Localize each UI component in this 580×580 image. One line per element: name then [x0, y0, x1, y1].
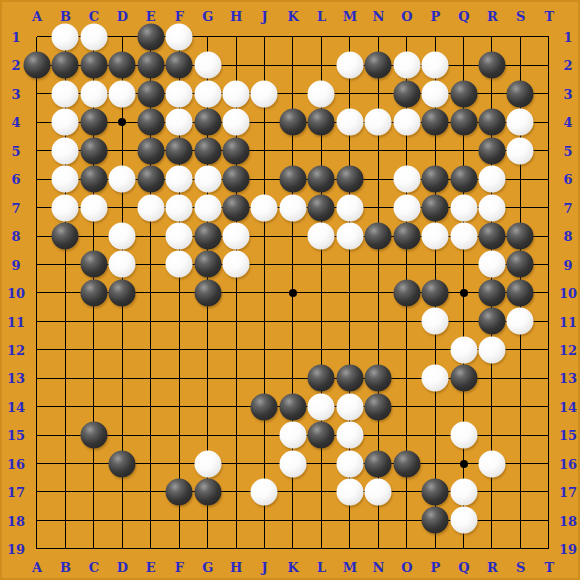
intersection-Q17[interactable] [449, 478, 477, 506]
intersection-P14[interactable] [421, 392, 449, 420]
intersection-M8[interactable] [336, 222, 364, 250]
intersection-P8[interactable] [421, 222, 449, 250]
intersection-R2[interactable] [478, 51, 506, 79]
intersection-D10[interactable] [108, 279, 136, 307]
intersection-H11[interactable] [222, 307, 250, 335]
intersection-G7[interactable] [193, 193, 221, 221]
intersection-Q3[interactable] [449, 80, 477, 108]
intersection-M5[interactable] [336, 137, 364, 165]
intersection-R18[interactable] [478, 506, 506, 534]
intersection-G6[interactable] [193, 165, 221, 193]
intersection-L13[interactable] [307, 364, 335, 392]
intersection-J16[interactable] [250, 449, 278, 477]
intersection-C2[interactable] [80, 51, 108, 79]
intersection-M4[interactable] [336, 108, 364, 136]
intersection-L2[interactable] [307, 51, 335, 79]
intersection-Q5[interactable] [449, 137, 477, 165]
intersection-N1[interactable] [364, 23, 392, 51]
intersection-S16[interactable] [506, 449, 534, 477]
intersection-K13[interactable] [279, 364, 307, 392]
intersection-H1[interactable] [222, 23, 250, 51]
intersection-E6[interactable] [137, 165, 165, 193]
intersection-T7[interactable] [535, 193, 563, 221]
intersection-M6[interactable] [336, 165, 364, 193]
intersection-D7[interactable] [108, 193, 136, 221]
intersection-R15[interactable] [478, 421, 506, 449]
intersection-H14[interactable] [222, 392, 250, 420]
intersection-A4[interactable] [23, 108, 51, 136]
intersection-L7[interactable] [307, 193, 335, 221]
intersection-Q7[interactable] [449, 193, 477, 221]
intersection-S14[interactable] [506, 392, 534, 420]
intersection-A6[interactable] [23, 165, 51, 193]
go-board[interactable] [23, 23, 563, 563]
intersection-L16[interactable] [307, 449, 335, 477]
intersection-A10[interactable] [23, 279, 51, 307]
intersection-A1[interactable] [23, 23, 51, 51]
intersection-H16[interactable] [222, 449, 250, 477]
intersection-S18[interactable] [506, 506, 534, 534]
intersection-E10[interactable] [137, 279, 165, 307]
intersection-K8[interactable] [279, 222, 307, 250]
intersection-O13[interactable] [392, 364, 420, 392]
intersection-G11[interactable] [193, 307, 221, 335]
intersection-G3[interactable] [193, 80, 221, 108]
intersection-C13[interactable] [80, 364, 108, 392]
intersection-M1[interactable] [336, 23, 364, 51]
intersection-K12[interactable] [279, 336, 307, 364]
intersection-L12[interactable] [307, 336, 335, 364]
intersection-D6[interactable] [108, 165, 136, 193]
intersection-R14[interactable] [478, 392, 506, 420]
intersection-N5[interactable] [364, 137, 392, 165]
intersection-H6[interactable] [222, 165, 250, 193]
intersection-B16[interactable] [51, 449, 79, 477]
intersection-N7[interactable] [364, 193, 392, 221]
intersection-Q8[interactable] [449, 222, 477, 250]
intersection-E12[interactable] [137, 336, 165, 364]
intersection-C15[interactable] [80, 421, 108, 449]
intersection-B4[interactable] [51, 108, 79, 136]
intersection-Q16[interactable] [449, 449, 477, 477]
intersection-H17[interactable] [222, 478, 250, 506]
intersection-B18[interactable] [51, 506, 79, 534]
intersection-O17[interactable] [392, 478, 420, 506]
intersection-R16[interactable] [478, 449, 506, 477]
intersection-G17[interactable] [193, 478, 221, 506]
intersection-E8[interactable] [137, 222, 165, 250]
intersection-Q15[interactable] [449, 421, 477, 449]
intersection-T3[interactable] [535, 80, 563, 108]
intersection-F11[interactable] [165, 307, 193, 335]
intersection-P11[interactable] [421, 307, 449, 335]
intersection-F15[interactable] [165, 421, 193, 449]
intersection-M7[interactable] [336, 193, 364, 221]
intersection-D8[interactable] [108, 222, 136, 250]
intersection-M3[interactable] [336, 80, 364, 108]
intersection-G9[interactable] [193, 250, 221, 278]
intersection-P15[interactable] [421, 421, 449, 449]
intersection-E16[interactable] [137, 449, 165, 477]
intersection-M9[interactable] [336, 250, 364, 278]
intersection-R8[interactable] [478, 222, 506, 250]
intersection-A8[interactable] [23, 222, 51, 250]
intersection-T6[interactable] [535, 165, 563, 193]
intersection-O15[interactable] [392, 421, 420, 449]
intersection-P7[interactable] [421, 193, 449, 221]
intersection-B7[interactable] [51, 193, 79, 221]
intersection-K2[interactable] [279, 51, 307, 79]
intersection-G8[interactable] [193, 222, 221, 250]
intersection-P17[interactable] [421, 478, 449, 506]
intersection-K9[interactable] [279, 250, 307, 278]
intersection-K5[interactable] [279, 137, 307, 165]
intersection-K3[interactable] [279, 80, 307, 108]
intersection-M16[interactable] [336, 449, 364, 477]
intersection-E5[interactable] [137, 137, 165, 165]
intersection-R3[interactable] [478, 80, 506, 108]
intersection-F9[interactable] [165, 250, 193, 278]
intersection-R4[interactable] [478, 108, 506, 136]
intersection-O14[interactable] [392, 392, 420, 420]
intersection-L9[interactable] [307, 250, 335, 278]
intersection-K11[interactable] [279, 307, 307, 335]
intersection-A7[interactable] [23, 193, 51, 221]
intersection-S9[interactable] [506, 250, 534, 278]
intersection-L1[interactable] [307, 23, 335, 51]
intersection-B3[interactable] [51, 80, 79, 108]
intersection-D15[interactable] [108, 421, 136, 449]
intersection-Q12[interactable] [449, 336, 477, 364]
intersection-N3[interactable] [364, 80, 392, 108]
intersection-D1[interactable] [108, 23, 136, 51]
intersection-N17[interactable] [364, 478, 392, 506]
intersection-H7[interactable] [222, 193, 250, 221]
intersection-G10[interactable] [193, 279, 221, 307]
intersection-L17[interactable] [307, 478, 335, 506]
intersection-Q1[interactable] [449, 23, 477, 51]
intersection-R5[interactable] [478, 137, 506, 165]
intersection-S11[interactable] [506, 307, 534, 335]
intersection-J3[interactable] [250, 80, 278, 108]
intersection-S17[interactable] [506, 478, 534, 506]
intersection-D18[interactable] [108, 506, 136, 534]
intersection-N13[interactable] [364, 364, 392, 392]
intersection-B5[interactable] [51, 137, 79, 165]
intersection-G2[interactable] [193, 51, 221, 79]
intersection-C5[interactable] [80, 137, 108, 165]
intersection-H5[interactable] [222, 137, 250, 165]
intersection-J5[interactable] [250, 137, 278, 165]
intersection-J8[interactable] [250, 222, 278, 250]
intersection-O6[interactable] [392, 165, 420, 193]
intersection-B8[interactable] [51, 222, 79, 250]
intersection-F17[interactable] [165, 478, 193, 506]
intersection-A2[interactable] [23, 51, 51, 79]
intersection-N14[interactable] [364, 392, 392, 420]
intersection-F6[interactable] [165, 165, 193, 193]
intersection-R7[interactable] [478, 193, 506, 221]
intersection-M10[interactable] [336, 279, 364, 307]
intersection-S3[interactable] [506, 80, 534, 108]
intersection-O7[interactable] [392, 193, 420, 221]
intersection-J13[interactable] [250, 364, 278, 392]
intersection-E9[interactable] [137, 250, 165, 278]
intersection-F7[interactable] [165, 193, 193, 221]
intersection-L8[interactable] [307, 222, 335, 250]
intersection-F13[interactable] [165, 364, 193, 392]
intersection-C12[interactable] [80, 336, 108, 364]
intersection-A3[interactable] [23, 80, 51, 108]
intersection-L18[interactable] [307, 506, 335, 534]
intersection-B17[interactable] [51, 478, 79, 506]
intersection-O9[interactable] [392, 250, 420, 278]
intersection-P10[interactable] [421, 279, 449, 307]
intersection-R10[interactable] [478, 279, 506, 307]
intersection-M2[interactable] [336, 51, 364, 79]
intersection-G18[interactable] [193, 506, 221, 534]
intersection-H10[interactable] [222, 279, 250, 307]
intersection-M17[interactable] [336, 478, 364, 506]
intersection-N11[interactable] [364, 307, 392, 335]
intersection-T9[interactable] [535, 250, 563, 278]
intersection-S2[interactable] [506, 51, 534, 79]
intersection-R17[interactable] [478, 478, 506, 506]
intersection-Q13[interactable] [449, 364, 477, 392]
intersection-D4[interactable] [108, 108, 136, 136]
intersection-Q9[interactable] [449, 250, 477, 278]
intersection-T8[interactable] [535, 222, 563, 250]
intersection-O18[interactable] [392, 506, 420, 534]
intersection-H4[interactable] [222, 108, 250, 136]
intersection-L4[interactable] [307, 108, 335, 136]
intersection-E15[interactable] [137, 421, 165, 449]
intersection-A11[interactable] [23, 307, 51, 335]
intersection-M11[interactable] [336, 307, 364, 335]
intersection-J17[interactable] [250, 478, 278, 506]
intersection-H15[interactable] [222, 421, 250, 449]
intersection-F4[interactable] [165, 108, 193, 136]
intersection-L10[interactable] [307, 279, 335, 307]
intersection-S6[interactable] [506, 165, 534, 193]
intersection-S15[interactable] [506, 421, 534, 449]
intersection-G5[interactable] [193, 137, 221, 165]
intersection-O10[interactable] [392, 279, 420, 307]
intersection-L15[interactable] [307, 421, 335, 449]
intersection-H13[interactable] [222, 364, 250, 392]
intersection-L6[interactable] [307, 165, 335, 193]
intersection-L3[interactable] [307, 80, 335, 108]
intersection-E4[interactable] [137, 108, 165, 136]
intersection-F3[interactable] [165, 80, 193, 108]
intersection-J18[interactable] [250, 506, 278, 534]
intersection-J4[interactable] [250, 108, 278, 136]
intersection-O3[interactable] [392, 80, 420, 108]
intersection-R11[interactable] [478, 307, 506, 335]
intersection-C10[interactable] [80, 279, 108, 307]
intersection-N12[interactable] [364, 336, 392, 364]
intersection-P18[interactable] [421, 506, 449, 534]
intersection-D13[interactable] [108, 364, 136, 392]
intersection-E13[interactable] [137, 364, 165, 392]
intersection-Q11[interactable] [449, 307, 477, 335]
intersection-D16[interactable] [108, 449, 136, 477]
intersection-P4[interactable] [421, 108, 449, 136]
intersection-D3[interactable] [108, 80, 136, 108]
intersection-N10[interactable] [364, 279, 392, 307]
intersection-G4[interactable] [193, 108, 221, 136]
intersection-S8[interactable] [506, 222, 534, 250]
intersection-M18[interactable] [336, 506, 364, 534]
intersection-E2[interactable] [137, 51, 165, 79]
intersection-R9[interactable] [478, 250, 506, 278]
intersection-R6[interactable] [478, 165, 506, 193]
intersection-N2[interactable] [364, 51, 392, 79]
intersection-O1[interactable] [392, 23, 420, 51]
intersection-K4[interactable] [279, 108, 307, 136]
intersection-H8[interactable] [222, 222, 250, 250]
intersection-N15[interactable] [364, 421, 392, 449]
intersection-S10[interactable] [506, 279, 534, 307]
intersection-H12[interactable] [222, 336, 250, 364]
intersection-K7[interactable] [279, 193, 307, 221]
intersection-T5[interactable] [535, 137, 563, 165]
intersection-D11[interactable] [108, 307, 136, 335]
intersection-F10[interactable] [165, 279, 193, 307]
intersection-Q18[interactable] [449, 506, 477, 534]
intersection-G1[interactable] [193, 23, 221, 51]
intersection-P9[interactable] [421, 250, 449, 278]
intersection-O2[interactable] [392, 51, 420, 79]
intersection-H3[interactable] [222, 80, 250, 108]
intersection-P5[interactable] [421, 137, 449, 165]
intersection-K18[interactable] [279, 506, 307, 534]
intersection-A14[interactable] [23, 392, 51, 420]
intersection-A16[interactable] [23, 449, 51, 477]
intersection-C3[interactable] [80, 80, 108, 108]
intersection-M14[interactable] [336, 392, 364, 420]
intersection-F16[interactable] [165, 449, 193, 477]
intersection-E11[interactable] [137, 307, 165, 335]
intersection-S12[interactable] [506, 336, 534, 364]
intersection-J11[interactable] [250, 307, 278, 335]
intersection-N8[interactable] [364, 222, 392, 250]
intersection-A13[interactable] [23, 364, 51, 392]
intersection-J12[interactable] [250, 336, 278, 364]
intersection-G13[interactable] [193, 364, 221, 392]
intersection-P16[interactable] [421, 449, 449, 477]
intersection-C6[interactable] [80, 165, 108, 193]
intersection-C18[interactable] [80, 506, 108, 534]
intersection-P6[interactable] [421, 165, 449, 193]
intersection-R12[interactable] [478, 336, 506, 364]
intersection-J9[interactable] [250, 250, 278, 278]
intersection-S1[interactable] [506, 23, 534, 51]
intersection-L11[interactable] [307, 307, 335, 335]
intersection-B1[interactable] [51, 23, 79, 51]
intersection-C9[interactable] [80, 250, 108, 278]
intersection-B13[interactable] [51, 364, 79, 392]
intersection-K1[interactable] [279, 23, 307, 51]
intersection-Q2[interactable] [449, 51, 477, 79]
intersection-O5[interactable] [392, 137, 420, 165]
intersection-C17[interactable] [80, 478, 108, 506]
intersection-A15[interactable] [23, 421, 51, 449]
intersection-O8[interactable] [392, 222, 420, 250]
intersection-R13[interactable] [478, 364, 506, 392]
intersection-B11[interactable] [51, 307, 79, 335]
intersection-H9[interactable] [222, 250, 250, 278]
intersection-B10[interactable] [51, 279, 79, 307]
intersection-D2[interactable] [108, 51, 136, 79]
intersection-C14[interactable] [80, 392, 108, 420]
intersection-Q14[interactable] [449, 392, 477, 420]
intersection-Q6[interactable] [449, 165, 477, 193]
intersection-A9[interactable] [23, 250, 51, 278]
intersection-K17[interactable] [279, 478, 307, 506]
intersection-L14[interactable] [307, 392, 335, 420]
intersection-A17[interactable] [23, 478, 51, 506]
intersection-S5[interactable] [506, 137, 534, 165]
intersection-E18[interactable] [137, 506, 165, 534]
intersection-M12[interactable] [336, 336, 364, 364]
intersection-E3[interactable] [137, 80, 165, 108]
intersection-C8[interactable] [80, 222, 108, 250]
intersection-C16[interactable] [80, 449, 108, 477]
intersection-E7[interactable] [137, 193, 165, 221]
intersection-J1[interactable] [250, 23, 278, 51]
intersection-J2[interactable] [250, 51, 278, 79]
intersection-H18[interactable] [222, 506, 250, 534]
intersection-J14[interactable] [250, 392, 278, 420]
intersection-O12[interactable] [392, 336, 420, 364]
intersection-J10[interactable] [250, 279, 278, 307]
intersection-K14[interactable] [279, 392, 307, 420]
intersection-N9[interactable] [364, 250, 392, 278]
intersection-F1[interactable] [165, 23, 193, 51]
intersection-P12[interactable] [421, 336, 449, 364]
intersection-B12[interactable] [51, 336, 79, 364]
intersection-D5[interactable] [108, 137, 136, 165]
intersection-Q10[interactable] [449, 279, 477, 307]
intersection-O4[interactable] [392, 108, 420, 136]
intersection-K15[interactable] [279, 421, 307, 449]
intersection-T4[interactable] [535, 108, 563, 136]
intersection-Q4[interactable] [449, 108, 477, 136]
intersection-A18[interactable] [23, 506, 51, 534]
intersection-B15[interactable] [51, 421, 79, 449]
intersection-E1[interactable] [137, 23, 165, 51]
intersection-L5[interactable] [307, 137, 335, 165]
intersection-H2[interactable] [222, 51, 250, 79]
intersection-O16[interactable] [392, 449, 420, 477]
intersection-E14[interactable] [137, 392, 165, 420]
intersection-B9[interactable] [51, 250, 79, 278]
intersection-P3[interactable] [421, 80, 449, 108]
intersection-B6[interactable] [51, 165, 79, 193]
intersection-F8[interactable] [165, 222, 193, 250]
intersection-B14[interactable] [51, 392, 79, 420]
intersection-F12[interactable] [165, 336, 193, 364]
intersection-F5[interactable] [165, 137, 193, 165]
intersection-K6[interactable] [279, 165, 307, 193]
intersection-J6[interactable] [250, 165, 278, 193]
intersection-C11[interactable] [80, 307, 108, 335]
intersection-P2[interactable] [421, 51, 449, 79]
intersection-J15[interactable] [250, 421, 278, 449]
intersection-D12[interactable] [108, 336, 136, 364]
intersection-N16[interactable] [364, 449, 392, 477]
